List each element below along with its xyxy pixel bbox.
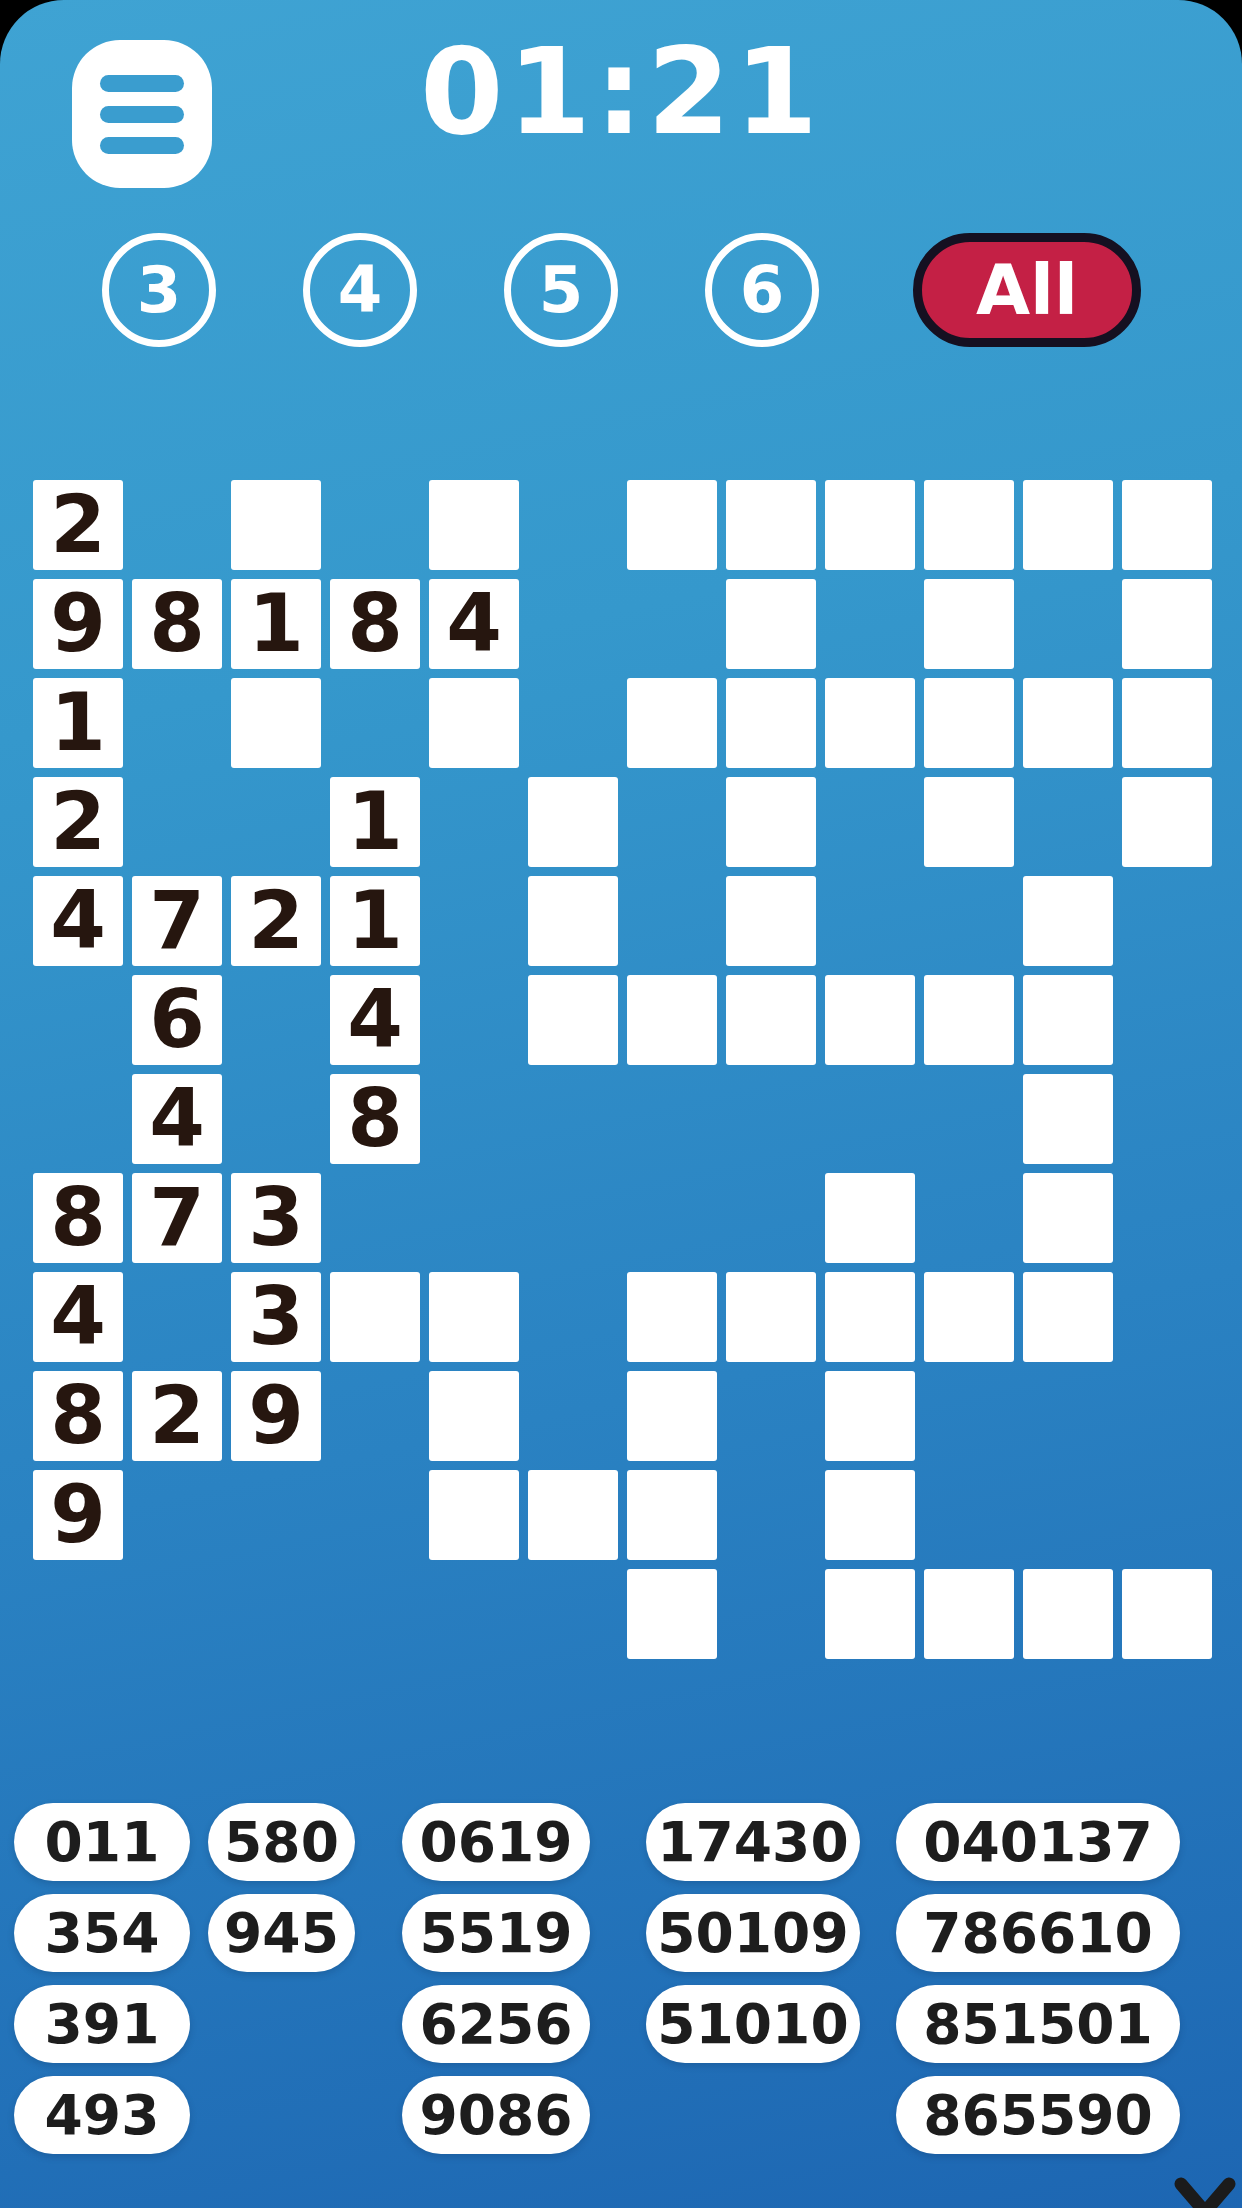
grid-void (528, 1371, 618, 1461)
grid-void (825, 1074, 915, 1164)
grid-cell-r3c10[interactable] (924, 678, 1014, 768)
bank-number-6256[interactable]: 6256 (402, 1985, 590, 2063)
grid-void (528, 480, 618, 570)
grid-cell-r4c6[interactable] (528, 777, 618, 867)
grid-cell-r9c1[interactable]: 4 (33, 1272, 123, 1362)
grid-void (330, 1371, 420, 1461)
grid-cell-r5c8[interactable] (726, 876, 816, 966)
grid-cell-r12c7[interactable] (627, 1569, 717, 1659)
grid-cell-r2c4[interactable]: 8 (330, 579, 420, 669)
grid-void (528, 1569, 618, 1659)
bank-number-040137[interactable]: 040137 (896, 1803, 1180, 1881)
bank-number-011[interactable]: 011 (14, 1803, 190, 1881)
grid-cell-r10c2[interactable]: 2 (132, 1371, 222, 1461)
grid-void (528, 1074, 618, 1164)
bank-number-786610[interactable]: 786610 (896, 1894, 1180, 1972)
grid-cell-r9c4[interactable] (330, 1272, 420, 1362)
grid-void (1023, 1371, 1113, 1461)
bank-number-0619[interactable]: 0619 (402, 1803, 590, 1881)
grid-cell-r11c5[interactable] (429, 1470, 519, 1560)
app-screen: 01:21 3 4 5 6 All 2981841214721644887343… (0, 0, 1242, 2208)
bank-number-5519[interactable]: 5519 (402, 1894, 590, 1972)
grid-void (132, 1470, 222, 1560)
grid-cell-r1c3[interactable] (231, 480, 321, 570)
grid-cell-r2c12[interactable] (1122, 579, 1212, 669)
grid-void (627, 876, 717, 966)
grid-cell-r10c5[interactable] (429, 1371, 519, 1461)
grid-cell-r1c9[interactable] (825, 480, 915, 570)
grid-cell-r3c5[interactable] (429, 678, 519, 768)
grid-cell-r5c3[interactable]: 2 (231, 876, 321, 966)
grid-void (1122, 1371, 1212, 1461)
grid-cell-r11c7[interactable] (627, 1470, 717, 1560)
grid-cell-r3c7[interactable] (627, 678, 717, 768)
grid-cell-r7c4[interactable]: 8 (330, 1074, 420, 1164)
bank-number-51010[interactable]: 51010 (646, 1985, 860, 2063)
filter-chip-3[interactable]: 3 (102, 233, 216, 347)
grid-void (1122, 876, 1212, 966)
grid-cell-r9c3[interactable]: 3 (231, 1272, 321, 1362)
grid-cell-r5c2[interactable]: 7 (132, 876, 222, 966)
grid-void (825, 777, 915, 867)
grid-void (231, 975, 321, 1065)
grid-cell-r5c4[interactable]: 1 (330, 876, 420, 966)
grid-void (924, 1371, 1014, 1461)
grid-void (330, 1470, 420, 1560)
grid-cell-r8c1[interactable]: 8 (33, 1173, 123, 1263)
timer: 01:21 (0, 22, 1242, 161)
grid-cell-r2c10[interactable] (924, 579, 1014, 669)
grid-cell-r1c1[interactable]: 2 (33, 480, 123, 570)
grid-void (429, 1569, 519, 1659)
bank-number-9086[interactable]: 9086 (402, 2076, 590, 2154)
grid-cell-r2c2[interactable]: 8 (132, 579, 222, 669)
grid-cell-r3c8[interactable] (726, 678, 816, 768)
grid-cell-r9c10[interactable] (924, 1272, 1014, 1362)
grid-cell-r2c8[interactable] (726, 579, 816, 669)
grid-cell-r8c9[interactable] (825, 1173, 915, 1263)
grid-void (726, 1569, 816, 1659)
grid-cell-r2c3[interactable]: 1 (231, 579, 321, 669)
grid-cell-r3c12[interactable] (1122, 678, 1212, 768)
filter-chip-5[interactable]: 5 (504, 233, 618, 347)
grid-cell-r6c10[interactable] (924, 975, 1014, 1065)
grid-void (429, 975, 519, 1065)
grid-void (231, 1470, 321, 1560)
grid-cell-r12c10[interactable] (924, 1569, 1014, 1659)
grid-void (924, 1173, 1014, 1263)
grid-cell-r6c8[interactable] (726, 975, 816, 1065)
grid-void (1122, 975, 1212, 1065)
grid-cell-r9c5[interactable] (429, 1272, 519, 1362)
grid-cell-r9c7[interactable] (627, 1272, 717, 1362)
grid-cell-r3c9[interactable] (825, 678, 915, 768)
grid-void (825, 579, 915, 669)
grid-void (429, 1173, 519, 1263)
grid-cell-r5c11[interactable] (1023, 876, 1113, 966)
grid-cell-r1c5[interactable] (429, 480, 519, 570)
chevron-down-icon[interactable] (1172, 2176, 1238, 2208)
grid-cell-r3c1[interactable]: 1 (33, 678, 123, 768)
bank-number-17430[interactable]: 17430 (646, 1803, 860, 1881)
grid-void (330, 1569, 420, 1659)
grid-void (1122, 1173, 1212, 1263)
puzzle-grid: 29818412147216448873438299 (33, 480, 1212, 1659)
grid-cell-r6c4[interactable]: 4 (330, 975, 420, 1065)
grid-cell-r6c7[interactable] (627, 975, 717, 1065)
bank-number-865590[interactable]: 865590 (896, 2076, 1180, 2154)
grid-void (231, 1074, 321, 1164)
grid-cell-r8c3[interactable]: 3 (231, 1173, 321, 1263)
grid-void (132, 777, 222, 867)
grid-cell-r1c12[interactable] (1122, 480, 1212, 570)
grid-void (429, 777, 519, 867)
grid-cell-r10c7[interactable] (627, 1371, 717, 1461)
filter-chip-4[interactable]: 4 (303, 233, 417, 347)
grid-void (330, 678, 420, 768)
grid-void (627, 1173, 717, 1263)
filter-chip-all[interactable]: All (913, 233, 1141, 347)
grid-cell-r1c11[interactable] (1023, 480, 1113, 570)
grid-void (726, 1470, 816, 1560)
grid-void (429, 876, 519, 966)
filter-chip-6[interactable]: 6 (705, 233, 819, 347)
grid-cell-r4c4[interactable]: 1 (330, 777, 420, 867)
grid-void (528, 1272, 618, 1362)
grid-cell-r6c2[interactable]: 6 (132, 975, 222, 1065)
grid-cell-r6c11[interactable] (1023, 975, 1113, 1065)
grid-cell-r7c2[interactable]: 4 (132, 1074, 222, 1164)
grid-void (1023, 579, 1113, 669)
grid-void (924, 876, 1014, 966)
grid-void (726, 1074, 816, 1164)
grid-void (1023, 1470, 1113, 1560)
grid-void (1122, 1074, 1212, 1164)
grid-void (132, 678, 222, 768)
grid-void (627, 1074, 717, 1164)
bank-number-493[interactable]: 493 (14, 2076, 190, 2154)
grid-void (528, 1173, 618, 1263)
grid-cell-r9c8[interactable] (726, 1272, 816, 1362)
grid-void (132, 1569, 222, 1659)
grid-cell-r12c11[interactable] (1023, 1569, 1113, 1659)
grid-cell-r3c3[interactable] (231, 678, 321, 768)
bank-number-354[interactable]: 354 (14, 1894, 190, 1972)
grid-void (132, 480, 222, 570)
grid-cell-r5c6[interactable] (528, 876, 618, 966)
grid-cell-r10c9[interactable] (825, 1371, 915, 1461)
grid-void (33, 1569, 123, 1659)
bank-number-580[interactable]: 580 (208, 1803, 355, 1881)
grid-void (726, 1371, 816, 1461)
grid-void (33, 975, 123, 1065)
grid-cell-r9c9[interactable] (825, 1272, 915, 1362)
grid-void (330, 1173, 420, 1263)
grid-void (429, 1074, 519, 1164)
grid-void (33, 1074, 123, 1164)
grid-cell-r2c5[interactable]: 4 (429, 579, 519, 669)
grid-cell-r6c6[interactable] (528, 975, 618, 1065)
grid-cell-r12c9[interactable] (825, 1569, 915, 1659)
grid-cell-r3c11[interactable] (1023, 678, 1113, 768)
filter-row: 3 4 5 6 All (0, 233, 1242, 347)
bank-number-391[interactable]: 391 (14, 1985, 190, 2063)
grid-cell-r1c7[interactable] (627, 480, 717, 570)
grid-void (528, 579, 618, 669)
grid-cell-r8c11[interactable] (1023, 1173, 1113, 1263)
bank-number-851501[interactable]: 851501 (896, 1985, 1180, 2063)
grid-void (231, 777, 321, 867)
grid-cell-r7c11[interactable] (1023, 1074, 1113, 1164)
grid-cell-r4c12[interactable] (1122, 777, 1212, 867)
grid-cell-r5c1[interactable]: 4 (33, 876, 123, 966)
grid-void (528, 678, 618, 768)
grid-cell-r11c1[interactable]: 9 (33, 1470, 123, 1560)
grid-void (330, 480, 420, 570)
grid-void (1122, 1272, 1212, 1362)
grid-void (1122, 1470, 1212, 1560)
grid-void (627, 579, 717, 669)
grid-void (231, 1569, 321, 1659)
grid-cell-r12c12[interactable] (1122, 1569, 1212, 1659)
grid-cell-r1c10[interactable] (924, 480, 1014, 570)
bank-number-945[interactable]: 945 (208, 1894, 355, 1972)
grid-cell-r4c1[interactable]: 2 (33, 777, 123, 867)
grid-void (825, 876, 915, 966)
grid-void (924, 1074, 1014, 1164)
grid-cell-r8c2[interactable]: 7 (132, 1173, 222, 1263)
grid-void (924, 1470, 1014, 1560)
grid-cell-r11c6[interactable] (528, 1470, 618, 1560)
grid-cell-r10c3[interactable]: 9 (231, 1371, 321, 1461)
grid-cell-r2c1[interactable]: 9 (33, 579, 123, 669)
grid-cell-r11c9[interactable] (825, 1470, 915, 1560)
grid-cell-r10c1[interactable]: 8 (33, 1371, 123, 1461)
grid-cell-r6c9[interactable] (825, 975, 915, 1065)
grid-cell-r4c10[interactable] (924, 777, 1014, 867)
bank-number-50109[interactable]: 50109 (646, 1894, 860, 1972)
grid-void (627, 777, 717, 867)
grid-cell-r4c8[interactable] (726, 777, 816, 867)
grid-cell-r9c11[interactable] (1023, 1272, 1113, 1362)
grid-void (1023, 777, 1113, 867)
grid-void (726, 1173, 816, 1263)
grid-void (132, 1272, 222, 1362)
grid-cell-r1c8[interactable] (726, 480, 816, 570)
